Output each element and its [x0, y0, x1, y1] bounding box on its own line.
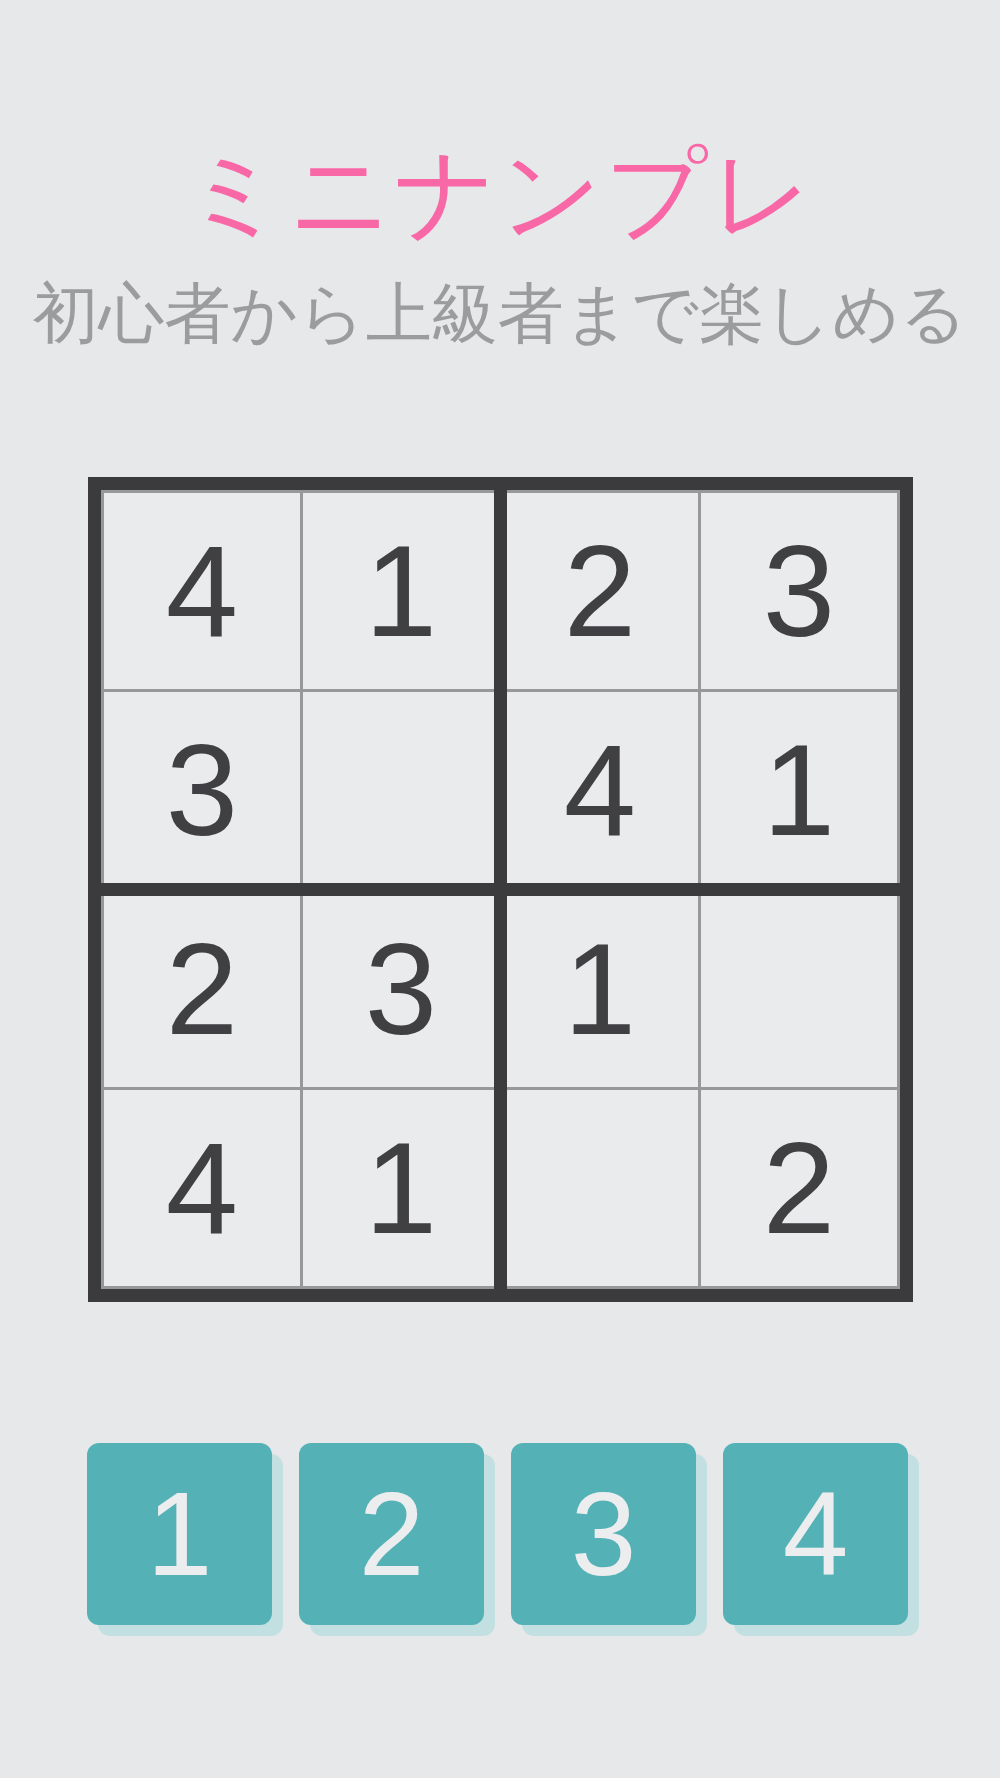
- key-button-1[interactable]: 1: [87, 1443, 272, 1625]
- cell-r2c1[interactable]: 3: [104, 692, 300, 888]
- cell-r3c4[interactable]: [701, 891, 897, 1087]
- cell-r3c1[interactable]: 2: [104, 891, 300, 1087]
- cell-r4c1[interactable]: 4: [104, 1090, 300, 1286]
- key-button-3[interactable]: 3: [511, 1443, 696, 1625]
- cell-r2c3[interactable]: 4: [502, 692, 698, 888]
- cell-r1c3[interactable]: 2: [502, 493, 698, 689]
- cell-r1c2[interactable]: 1: [303, 493, 499, 689]
- cell-r4c2[interactable]: 1: [303, 1090, 499, 1286]
- sudoku-board: 4 1 2 3 3 4 1 2 3 1 4 1 2: [88, 477, 913, 1302]
- cell-r4c3[interactable]: [502, 1090, 698, 1286]
- cell-r4c4[interactable]: 2: [701, 1090, 897, 1286]
- page-subtitle: 初心者から上級者まで楽しめる: [0, 276, 1000, 350]
- number-keypad: 1 2 3 4: [87, 1443, 913, 1625]
- box-divider-horizontal: [101, 883, 900, 896]
- cell-r2c4[interactable]: 1: [701, 692, 897, 888]
- key-button-2[interactable]: 2: [299, 1443, 484, 1625]
- page-title: ミニナンプレ: [0, 138, 1000, 248]
- cell-r3c2[interactable]: 3: [303, 891, 499, 1087]
- cell-r1c4[interactable]: 3: [701, 493, 897, 689]
- cell-r3c3[interactable]: 1: [502, 891, 698, 1087]
- key-button-4[interactable]: 4: [723, 1443, 908, 1625]
- cell-r1c1[interactable]: 4: [104, 493, 300, 689]
- app-screen: ミニナンプレ 初心者から上級者まで楽しめる 4 1 2 3 3 4 1 2 3 …: [0, 0, 1000, 1778]
- cell-r2c2[interactable]: [303, 692, 499, 888]
